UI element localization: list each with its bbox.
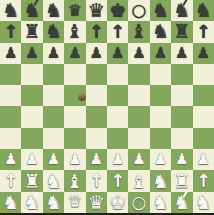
square-g2[interactable]: ♝ — [128, 170, 149, 191]
piece-white-pawn[interactable]: ♟ — [111, 152, 124, 167]
piece-white-pawn[interactable]: ♟ — [68, 152, 81, 167]
piece-black-pawn[interactable]: ♟ — [196, 46, 209, 61]
piece-white-ring[interactable]: ○ — [132, 194, 147, 211]
square-b2[interactable]: ♜ — [21, 170, 42, 191]
square-c3[interactable]: ♟ — [43, 149, 64, 170]
square-j5[interactable] — [193, 106, 214, 127]
piece-white-rook[interactable]: ♜ — [24, 172, 41, 191]
piece-black-unicorn[interactable]: ♞ — [24, 1, 41, 20]
piece-white-lance[interactable]: ↑ — [196, 172, 211, 190]
piece-black-pawn[interactable]: ♟ — [68, 46, 81, 61]
square-g7[interactable] — [128, 64, 149, 85]
piece-white-queen[interactable]: ♛ — [88, 193, 105, 212]
piece-black-pawn[interactable]: ♟ — [111, 46, 124, 61]
square-c8[interactable]: ♟ — [43, 43, 64, 64]
square-a2[interactable]: ↑ — [0, 170, 21, 191]
square-i6[interactable] — [171, 85, 192, 106]
square-a6[interactable] — [0, 85, 21, 106]
app-screen: ♞♞♞♛♛♚○♞♞♞↑♜♞♝↑↑♝♞♜↑♟♟♟♟♟♟♟♟♟♟♟♟♟♟♟♟♟♟♟♟… — [0, 0, 214, 215]
square-c5[interactable] — [43, 106, 64, 127]
square-f6[interactable] — [107, 85, 128, 106]
square-c9[interactable]: ♞ — [43, 21, 64, 42]
piece-black-pawn[interactable]: ♟ — [25, 46, 38, 61]
square-a5[interactable] — [0, 106, 21, 127]
piece-black-pawn[interactable]: ♟ — [175, 46, 188, 61]
square-c6[interactable] — [43, 85, 64, 106]
square-h2[interactable]: ♞ — [150, 170, 171, 191]
piece-white-pawn[interactable]: ♟ — [90, 152, 103, 167]
square-h6[interactable] — [150, 85, 171, 106]
square-h10[interactable]: ♞ — [150, 0, 171, 21]
piece-black-lance[interactable]: ↑ — [89, 23, 104, 41]
square-d10[interactable]: ♛ — [64, 0, 85, 21]
square-c1[interactable]: ♞ — [43, 192, 64, 213]
square-f8[interactable]: ♟ — [107, 43, 128, 64]
piece-white-pawn[interactable]: ♟ — [196, 152, 209, 167]
square-h9[interactable]: ♞ — [150, 21, 171, 42]
piece-white-knight[interactable]: ♞ — [195, 193, 212, 212]
square-b7[interactable] — [21, 64, 42, 85]
square-c10[interactable]: ♞ — [43, 0, 64, 21]
square-f4[interactable] — [107, 128, 128, 149]
square-g8[interactable]: ♟ — [128, 43, 149, 64]
piece-white-king[interactable]: ♚ — [109, 193, 126, 212]
piece-white-pawn[interactable]: ♟ — [132, 152, 145, 167]
piece-black-crown[interactable]: ♛ — [68, 3, 82, 19]
square-f7[interactable] — [107, 64, 128, 85]
square-a8[interactable]: ♟ — [0, 43, 21, 64]
piece-white-knight[interactable]: ♞ — [2, 193, 19, 212]
square-d5[interactable] — [64, 106, 85, 127]
square-a9[interactable]: ↑ — [0, 21, 21, 42]
square-i2[interactable]: ♜ — [171, 170, 192, 191]
square-h3[interactable]: ♟ — [150, 149, 171, 170]
square-j7[interactable] — [193, 64, 214, 85]
square-e8[interactable]: ♟ — [86, 43, 107, 64]
piece-black-knight[interactable]: ♞ — [195, 1, 212, 20]
square-e1[interactable]: ♛ — [86, 192, 107, 213]
square-g4[interactable] — [128, 128, 149, 149]
square-d7[interactable] — [64, 64, 85, 85]
square-a10[interactable]: ♞ — [0, 0, 21, 21]
square-j3[interactable]: ♟ — [193, 149, 214, 170]
piece-black-pawn[interactable]: ♟ — [90, 46, 103, 61]
piece-black-lance[interactable]: ↑ — [3, 23, 18, 41]
square-b3[interactable]: ♟ — [21, 149, 42, 170]
square-h8[interactable]: ♟ — [150, 43, 171, 64]
piece-white-knight[interactable]: ♞ — [45, 193, 62, 212]
piece-white-pawn[interactable]: ♟ — [175, 152, 188, 167]
square-d8[interactable]: ♟ — [64, 43, 85, 64]
piece-white-bishop[interactable]: ♝ — [66, 172, 83, 191]
square-i4[interactable] — [171, 128, 192, 149]
square-e7[interactable] — [86, 64, 107, 85]
piece-black-pawn[interactable]: ♟ — [47, 46, 60, 61]
square-f9[interactable]: ↑ — [107, 21, 128, 42]
square-i8[interactable]: ♟ — [171, 43, 192, 64]
piece-black-queen[interactable]: ♛ — [88, 1, 105, 20]
piece-white-rook[interactable]: ♜ — [173, 172, 190, 191]
square-a7[interactable] — [0, 64, 21, 85]
piece-white-unicorn[interactable]: ♞ — [173, 193, 190, 212]
bottom-border-strip — [0, 213, 214, 215]
square-j9[interactable]: ↑ — [193, 21, 214, 42]
piece-black-knight[interactable]: ♞ — [152, 22, 169, 41]
square-b5[interactable] — [21, 106, 42, 127]
square-e6[interactable] — [86, 85, 107, 106]
square-e3[interactable]: ♟ — [86, 149, 107, 170]
piece-black-pawn[interactable]: ♟ — [154, 46, 167, 61]
square-i5[interactable] — [171, 106, 192, 127]
piece-black-knight[interactable]: ♞ — [2, 1, 19, 20]
square-h7[interactable] — [150, 64, 171, 85]
square-e10[interactable]: ♛ — [86, 0, 107, 21]
square-f5[interactable] — [107, 106, 128, 127]
square-f2[interactable]: ↑ — [107, 170, 128, 191]
square-f1[interactable]: ♚ — [107, 192, 128, 213]
square-i7[interactable] — [171, 64, 192, 85]
piece-black-ring[interactable]: ○ — [132, 2, 147, 19]
square-g10[interactable]: ○ — [128, 0, 149, 21]
square-i1[interactable]: ♞ — [171, 192, 192, 213]
square-g1[interactable]: ○ — [128, 192, 149, 213]
piece-black-lance[interactable]: ↑ — [110, 23, 125, 41]
piece-white-pawn[interactable]: ♟ — [4, 152, 17, 167]
square-d4[interactable] — [64, 128, 85, 149]
piece-black-bishop[interactable]: ♝ — [131, 22, 148, 41]
square-b4[interactable] — [21, 128, 42, 149]
piece-black-king[interactable]: ♚ — [109, 1, 126, 20]
piece-black-rook[interactable]: ♜ — [173, 22, 190, 41]
square-d9[interactable]: ♝ — [64, 21, 85, 42]
piece-white-lance[interactable]: ↑ — [110, 172, 125, 190]
square-j4[interactable] — [193, 128, 214, 149]
piece-black-bishop[interactable]: ♝ — [66, 22, 83, 41]
square-h4[interactable] — [150, 128, 171, 149]
square-i10[interactable]: ♞ — [171, 0, 192, 21]
square-b9[interactable]: ♜ — [21, 21, 42, 42]
square-d3[interactable]: ♟ — [64, 149, 85, 170]
piece-white-bishop[interactable]: ♝ — [131, 172, 148, 191]
square-b1[interactable]: ♞ — [21, 192, 42, 213]
square-b8[interactable]: ♟ — [21, 43, 42, 64]
piece-white-knight[interactable]: ♞ — [152, 172, 169, 191]
piece-white-crown[interactable]: ♛ — [68, 194, 82, 210]
square-g3[interactable]: ♟ — [128, 149, 149, 170]
square-a4[interactable] — [0, 128, 21, 149]
square-i9[interactable]: ♜ — [171, 21, 192, 42]
square-g9[interactable]: ♝ — [128, 21, 149, 42]
square-j1[interactable]: ♞ — [193, 192, 214, 213]
piece-white-pawn[interactable]: ♟ — [154, 152, 167, 167]
square-d2[interactable]: ♝ — [64, 170, 85, 191]
piece-black-unicorn[interactable]: ♞ — [173, 1, 190, 20]
square-h5[interactable] — [150, 106, 171, 127]
piece-white-knight[interactable]: ♞ — [152, 193, 169, 212]
piece-black-knight[interactable]: ♞ — [45, 1, 62, 20]
square-e2[interactable]: ↑ — [86, 170, 107, 191]
piece-black-rook[interactable]: ♜ — [24, 22, 41, 41]
piece-black-lance[interactable]: ↑ — [196, 23, 211, 41]
piece-white-pawn[interactable]: ♟ — [47, 152, 60, 167]
square-j10[interactable]: ♞ — [193, 0, 214, 21]
piece-black-knight[interactable]: ♞ — [45, 22, 62, 41]
piece-white-lance[interactable]: ↑ — [3, 172, 18, 190]
piece-white-unicorn[interactable]: ♞ — [24, 193, 41, 212]
square-j6[interactable] — [193, 85, 214, 106]
square-j2[interactable]: ↑ — [193, 170, 214, 191]
piece-white-lance[interactable]: ↑ — [89, 172, 104, 190]
square-f3[interactable]: ♟ — [107, 149, 128, 170]
square-f10[interactable]: ♚ — [107, 0, 128, 21]
chess-board: ♞♞♞♛♛♚○♞♞♞↑♜♞♝↑↑♝♞♜↑♟♟♟♟♟♟♟♟♟♟♟♟♟♟♟♟♟♟♟♟… — [0, 0, 214, 213]
square-d1[interactable]: ♛ — [64, 192, 85, 213]
square-e5[interactable] — [86, 106, 107, 127]
square-c7[interactable] — [43, 64, 64, 85]
square-b6[interactable] — [21, 85, 42, 106]
square-c4[interactable] — [43, 128, 64, 149]
square-b10[interactable]: ♞ — [21, 0, 42, 21]
piece-white-knight[interactable]: ♞ — [45, 172, 62, 191]
piece-black-knight[interactable]: ♞ — [152, 1, 169, 20]
square-g5[interactable] — [128, 106, 149, 127]
square-c2[interactable]: ♞ — [43, 170, 64, 191]
piece-black-pawn[interactable]: ♟ — [4, 46, 17, 61]
piece-white-pawn[interactable]: ♟ — [25, 152, 38, 167]
square-e9[interactable]: ↑ — [86, 21, 107, 42]
square-i3[interactable]: ♟ — [171, 149, 192, 170]
square-g6[interactable] — [128, 85, 149, 106]
square-a1[interactable]: ♞ — [0, 192, 21, 213]
square-j8[interactable]: ♟ — [193, 43, 214, 64]
piece-black-pawn[interactable]: ♟ — [132, 46, 145, 61]
square-a3[interactable]: ♟ — [0, 149, 21, 170]
square-e4[interactable] — [86, 128, 107, 149]
square-h1[interactable]: ♞ — [150, 192, 171, 213]
